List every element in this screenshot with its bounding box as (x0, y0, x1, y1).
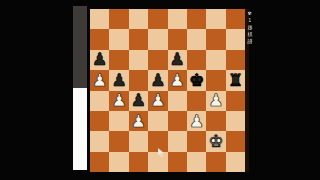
square-e4[interactable] (168, 91, 187, 111)
square-f3[interactable]: ♟ (187, 111, 206, 131)
square-f6[interactable] (187, 50, 206, 70)
square-e3[interactable] (168, 111, 187, 131)
square-a6[interactable]: ♟ (90, 50, 109, 70)
square-f8[interactable] (187, 9, 206, 29)
piece-white-pawn[interactable]: ♟ (208, 92, 223, 109)
piece-black-pawn[interactable]: ♟ (131, 92, 146, 109)
piece-black-pawn[interactable]: ♟ (170, 51, 185, 68)
square-c2[interactable] (129, 131, 148, 151)
square-g2[interactable]: ♚ (206, 131, 225, 151)
piece-white-king[interactable]: ♚ (208, 132, 223, 149)
watermark-icon: ✾ (248, 10, 252, 15)
piece-black-pawn[interactable]: ♟ (150, 71, 165, 88)
square-a2[interactable] (90, 131, 109, 151)
square-h8[interactable] (226, 9, 245, 29)
square-d1[interactable] (148, 152, 167, 172)
square-h2[interactable] (226, 131, 245, 151)
square-b1[interactable] (109, 152, 128, 172)
square-f1[interactable] (187, 152, 206, 172)
square-h3[interactable] (226, 111, 245, 131)
square-e5[interactable]: ♟ (168, 70, 187, 90)
square-h5[interactable]: ♜ (226, 70, 245, 90)
square-c4[interactable]: ♟ (129, 91, 148, 111)
square-g6[interactable] (206, 50, 225, 70)
video-frame: { "game": "chess", "position": { "fen": … (0, 0, 320, 180)
piece-black-pawn[interactable]: ♟ (111, 71, 126, 88)
square-a8[interactable] (90, 9, 109, 29)
square-g7[interactable] (206, 29, 225, 49)
square-a7[interactable] (90, 29, 109, 49)
square-d4[interactable]: ♟ (148, 91, 167, 111)
square-c1[interactable] (129, 152, 148, 172)
square-d7[interactable] (148, 29, 167, 49)
square-e1[interactable] (168, 152, 187, 172)
piece-white-pawn[interactable]: ♟ (111, 92, 126, 109)
square-e6[interactable]: ♟ (168, 50, 187, 70)
square-a3[interactable] (90, 111, 109, 131)
square-e2[interactable] (168, 131, 187, 151)
watermark-glyph: 越 (247, 24, 252, 29)
piece-white-pawn[interactable]: ♟ (131, 112, 146, 129)
square-b3[interactable] (109, 111, 128, 131)
square-b6[interactable] (109, 50, 128, 70)
square-c7[interactable] (129, 29, 148, 49)
piece-black-pawn[interactable]: ♟ (92, 51, 107, 68)
square-f4[interactable] (187, 91, 206, 111)
square-c5[interactable] (129, 70, 148, 90)
square-h1[interactable] (226, 152, 245, 172)
watermark: ✾1越棋譜 (246, 10, 254, 44)
square-c6[interactable] (129, 50, 148, 70)
watermark-glyph: 棋 (247, 31, 252, 36)
square-g5[interactable] (206, 70, 225, 90)
square-f7[interactable] (187, 29, 206, 49)
square-g4[interactable]: ♟ (206, 91, 225, 111)
watermark-glyph: 譜 (247, 38, 252, 43)
watermark-glyph: 1 (248, 17, 251, 22)
square-f5[interactable]: ♚ (187, 70, 206, 90)
piece-white-pawn[interactable]: ♟ (189, 112, 204, 129)
square-a1[interactable] (90, 152, 109, 172)
square-d3[interactable] (148, 111, 167, 131)
square-h6[interactable] (226, 50, 245, 70)
square-h7[interactable] (226, 29, 245, 49)
piece-white-pawn[interactable]: ♟ (150, 92, 165, 109)
evaluation-bar-white-half (73, 88, 87, 170)
square-b2[interactable] (109, 131, 128, 151)
chess-board[interactable]: ♟♟♟♟♟♟♚♜♟♟♟♟♟♟♚ (90, 9, 245, 172)
square-g8[interactable] (206, 9, 225, 29)
square-b7[interactable] (109, 29, 128, 49)
piece-white-pawn[interactable]: ♟ (170, 71, 185, 88)
square-d5[interactable]: ♟ (148, 70, 167, 90)
piece-black-king[interactable]: ♚ (189, 71, 204, 88)
evaluation-bar (73, 6, 87, 170)
square-b8[interactable] (109, 9, 128, 29)
square-h4[interactable] (226, 91, 245, 111)
square-d2[interactable] (148, 131, 167, 151)
square-d8[interactable] (148, 9, 167, 29)
square-g3[interactable] (206, 111, 225, 131)
square-b4[interactable]: ♟ (109, 91, 128, 111)
piece-black-rook[interactable]: ♜ (228, 71, 243, 88)
square-c3[interactable]: ♟ (129, 111, 148, 131)
square-c8[interactable] (129, 9, 148, 29)
square-b5[interactable]: ♟ (109, 70, 128, 90)
square-a4[interactable] (90, 91, 109, 111)
square-e7[interactable] (168, 29, 187, 49)
piece-white-pawn[interactable]: ♟ (92, 71, 107, 88)
square-g1[interactable] (206, 152, 225, 172)
evaluation-bar-black-half (73, 6, 87, 88)
square-e8[interactable] (168, 9, 187, 29)
square-a5[interactable]: ♟ (90, 70, 109, 90)
square-f2[interactable] (187, 131, 206, 151)
square-d6[interactable] (148, 50, 167, 70)
